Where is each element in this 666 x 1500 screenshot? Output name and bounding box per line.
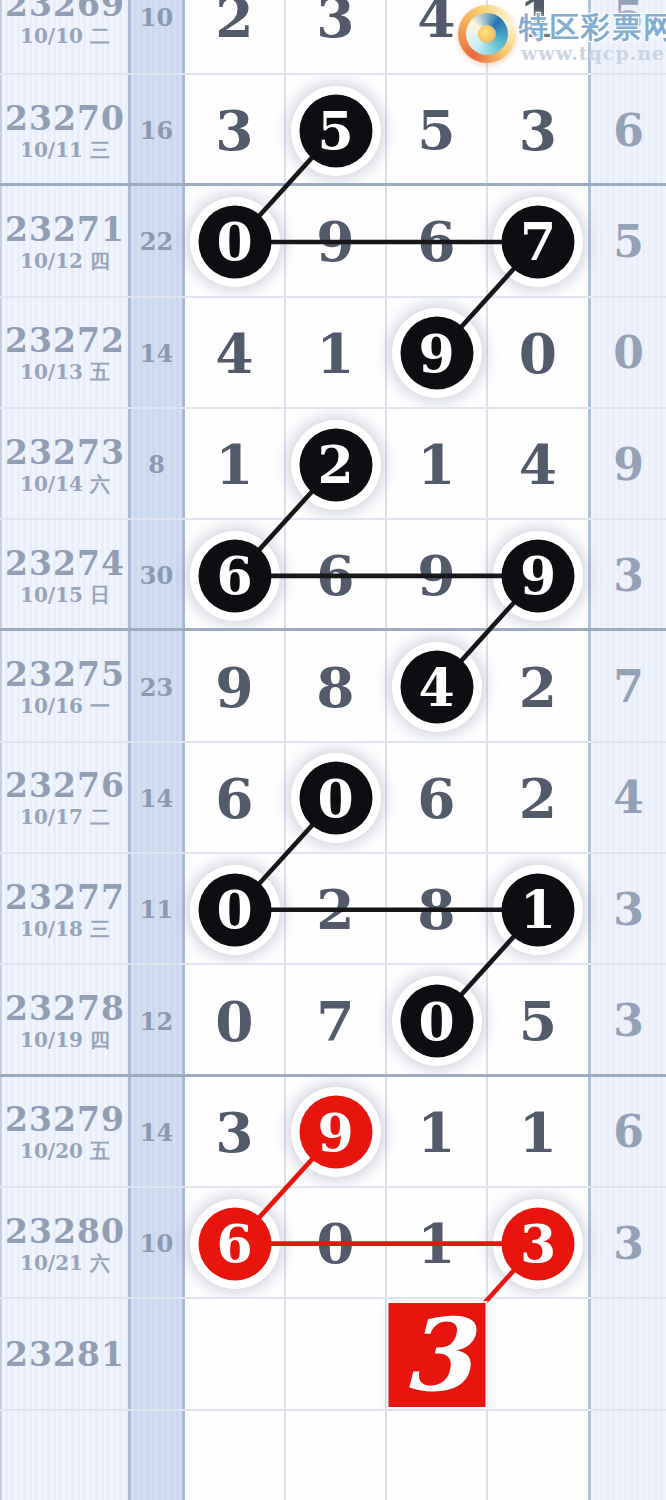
logo-swirl-icon [458,5,516,63]
last-cell: 0 [588,298,666,409]
digit-cell: 1 [185,409,286,520]
circled-digit: 6 [198,1207,271,1280]
digit: 8 [417,882,455,937]
trend-row-inner: 2327510/16 一2398427 [0,631,666,742]
period-number: 23275 [5,656,125,694]
digit: 2 [519,771,557,826]
digit: 3 [316,0,354,45]
digit-cell: 1 [488,854,588,965]
last-cell: 4 [588,743,666,854]
trend-row-inner: 2327210/13 五1441900 [0,298,666,409]
sum-value: 11 [140,895,173,924]
trend-row: 2328010/21 六1060133 [0,1188,666,1299]
digit: 6 [215,771,253,826]
last-cell: 6 [588,75,666,186]
period-cell: 2327310/14 六 [0,409,131,520]
draw-date: 10/14 六 [20,472,110,496]
draw-date: 10/11 三 [20,138,110,162]
digit: 0 [215,994,253,1049]
digit: 9 [215,660,253,715]
draw-date: 10/19 四 [20,1028,110,1052]
digit-cell: 0 [286,743,387,854]
draw-date: 10/17 二 [20,805,110,829]
digit-cell: 4 [387,631,488,742]
last-digit: 6 [613,109,644,153]
circled-digit: 5 [299,94,372,167]
sum-cell: 8 [131,409,185,520]
draw-date: 10/15 日 [20,583,110,607]
draw-date: 10/13 五 [20,360,110,384]
trend-row-inner: 2327410/15 日3066993 [0,520,666,631]
trend-row: 2327810/19 四1207053 [0,965,666,1076]
circled-digit: 9 [502,539,575,612]
draw-date: 10/18 三 [20,917,110,941]
period-number: 23273 [5,434,125,472]
period-cell: 2327210/13 五 [0,298,131,409]
digit: 3 [215,1105,253,1160]
period-number: 23280 [5,1213,125,1251]
digit: 8 [316,660,354,715]
digit-cell: 1 [286,298,387,409]
digit-cell: 7 [286,965,387,1076]
sum-value: 12 [140,1007,173,1036]
period-number: 23272 [5,322,125,360]
period-cell: 2327010/11 三 [0,75,131,186]
sum-cell: 14 [131,743,185,854]
digit-cell: 6 [185,1188,286,1299]
trend-row: 2327610/17 二1460624 [0,743,666,854]
digit-cell: 9 [286,186,387,297]
last-cell: 3 [588,1188,666,1299]
sum-value: 30 [140,561,173,590]
digit: 4 [417,0,455,45]
digit: 9 [417,548,455,603]
digit-cell: 2 [286,409,387,520]
circled-digit: 0 [198,205,271,278]
last-cell: 9 [588,409,666,520]
last-cell: 3 [588,520,666,631]
period-cell [0,1411,131,1500]
period-cell: 2327810/19 四 [0,965,131,1076]
last-digit: 5 [613,220,644,264]
sum-cell [131,1299,185,1410]
sum-cell: 14 [131,298,185,409]
sum-value: 22 [140,227,173,256]
sum-cell: 14 [131,1077,185,1188]
trend-row-inner: 2327610/17 二1460624 [0,743,666,854]
trend-row: 2327110/12 四2209675 [0,186,666,297]
period-cell: 2327910/20 五 [0,1077,131,1188]
period-cell: 2326910/10 二 [0,0,131,73]
sum-cell: 16 [131,75,185,186]
last-digit: 0 [613,331,644,375]
digit: 9 [316,214,354,269]
period-cell: 2327410/15 日 [0,520,131,631]
digit-cell [387,1411,488,1500]
digit-cell: 3 [286,0,387,73]
trend-row [0,1411,666,1500]
period-number: 23274 [5,545,125,583]
circled-digit: 0 [299,762,372,835]
digit-cell [185,1299,286,1410]
digit-cell: 3 [488,1188,588,1299]
trend-row-inner: 2327810/19 四1207053 [0,965,666,1076]
site-url: www.tqcp.net [521,42,666,64]
digit-cell: 9 [387,520,488,631]
digit-cell: 2 [185,0,286,73]
digit-cell: 9 [185,631,286,742]
sum-cell: 11 [131,854,185,965]
sum-cell [131,1411,185,1500]
sum-value: 10 [140,3,173,32]
digit: 6 [417,771,455,826]
digit-cell: 9 [286,1077,387,1188]
digit-cell: 3 [185,1077,286,1188]
digit-cell [488,1411,588,1500]
last-cell [588,1299,666,1410]
digit-cell: 1 [488,1077,588,1188]
trend-row-inner [0,1411,666,1500]
period-number: 23270 [5,100,125,138]
digit-cell: 0 [286,1188,387,1299]
digit: 5 [519,994,557,1049]
digit-cell: 1 [387,409,488,520]
digit-cell: 6 [286,520,387,631]
sum-value: 23 [140,673,173,702]
draw-date: 10/10 二 [20,24,110,48]
circled-digit: 7 [502,205,575,278]
digit: 1 [519,1105,557,1160]
period-number: 23279 [5,1101,125,1139]
last-cell: 7 [588,631,666,742]
digit: 1 [417,1105,455,1160]
digit-cell: 8 [286,631,387,742]
digit-cell: 0 [488,298,588,409]
digit-cell: 6 [185,520,286,631]
sum-cell: 30 [131,520,185,631]
digit: 1 [417,1216,455,1271]
period-number: 23276 [5,767,125,805]
trend-row-inner: 232813 [0,1299,666,1410]
last-cell: 3 [588,965,666,1076]
digit-cell: 9 [488,520,588,631]
digit-cell: 2 [488,743,588,854]
trend-row: 2327210/13 五1441900 [0,298,666,409]
period-cell: 2327710/18 三 [0,854,131,965]
digit-cell: 5 [387,75,488,186]
sum-cell: 23 [131,631,185,742]
sum-cell: 22 [131,186,185,297]
digit: 4 [215,326,253,381]
digit: 2 [519,660,557,715]
last-digit: 4 [613,776,644,820]
trend-row: 2327010/11 三1635536 [0,75,666,186]
last-cell: 6 [588,1077,666,1188]
digit: 0 [316,1216,354,1271]
digit: 6 [316,548,354,603]
circled-digit: 6 [198,539,271,612]
digit-cell: 0 [185,186,286,297]
sum-value: 14 [140,1118,173,1147]
period-cell: 23281 [0,1299,131,1410]
circled-digit: 9 [299,1096,372,1169]
last-cell [588,1411,666,1500]
digit: 7 [316,994,354,1049]
digit-cell: 4 [488,409,588,520]
digit-cell [286,1299,387,1410]
digit-cell: 4 [185,298,286,409]
trend-row-inner: 2328010/21 六1060133 [0,1188,666,1299]
site-logo[interactable]: 特区彩票网 www.tqcp.net [455,0,666,72]
trend-chart: 2326910/10 二10234152327010/11 三163553623… [0,0,666,1500]
trend-row: 2327510/16 一2398427 [0,631,666,742]
digit-cell: 8 [387,854,488,965]
digit: 3 [519,103,557,158]
trend-row: 2327310/14 六812149 [0,409,666,520]
digit-cell: 3 [185,75,286,186]
digit: 0 [519,326,557,381]
period-number: 23281 [5,1336,125,1374]
digit-cell: 3 [387,1299,488,1410]
sum-value: 14 [140,784,173,813]
last-digit: 9 [613,443,644,487]
sum-value: 8 [148,450,165,479]
last-digit: 3 [613,554,644,598]
digit: 5 [417,103,455,158]
sum-value: 10 [140,1229,173,1258]
trend-row-inner: 2327710/18 三1102813 [0,854,666,965]
digit-cell: 1 [387,1077,488,1188]
digit: 2 [316,882,354,937]
digit-cell: 6 [387,743,488,854]
digit: 2 [215,0,253,45]
last-digit: 3 [613,1222,644,1266]
predicted-digit: 3 [388,1303,485,1407]
draw-date: 10/12 四 [20,249,110,273]
rows: 2326910/10 二10234152327010/11 三163553623… [0,0,666,1500]
trend-row-inner: 2327310/14 六812149 [0,409,666,520]
last-cell: 3 [588,854,666,965]
trend-row: 232813 [0,1299,666,1410]
sum-cell: 10 [131,1188,185,1299]
draw-date: 10/16 一 [20,694,110,718]
last-digit: 6 [613,1110,644,1154]
digit-cell: 5 [286,75,387,186]
draw-date: 10/20 五 [20,1139,110,1163]
digit-cell: 7 [488,186,588,297]
circled-digit: 0 [400,985,473,1058]
digit-cell: 3 [488,75,588,186]
digit-cell: 6 [387,186,488,297]
sum-cell: 10 [131,0,185,73]
period-number: 23278 [5,990,125,1028]
digit: 3 [215,103,253,158]
digit-cell: 0 [185,965,286,1076]
draw-date: 10/21 六 [20,1251,110,1275]
circled-digit: 0 [198,873,271,946]
digit-cell [286,1411,387,1500]
trend-row: 2327910/20 五1439116 [0,1077,666,1188]
sum-value: 16 [140,116,173,145]
period-cell: 2328010/21 六 [0,1188,131,1299]
digit-cell: 5 [488,965,588,1076]
digit: 1 [215,437,253,492]
circled-digit: 4 [400,651,473,724]
digit: 6 [417,214,455,269]
last-digit: 7 [613,665,644,709]
digit-cell: 0 [185,854,286,965]
digit: 1 [316,326,354,381]
digit-cell: 2 [488,631,588,742]
last-cell: 5 [588,186,666,297]
last-digit: 3 [613,888,644,932]
logo-swirl-core [478,25,496,43]
period-number: 23271 [5,211,125,249]
trend-row-inner: 2327910/20 五1439116 [0,1077,666,1188]
circled-digit: 3 [502,1207,575,1280]
period-cell: 2327610/17 二 [0,743,131,854]
period-cell: 2327110/12 四 [0,186,131,297]
circled-digit: 9 [400,317,473,390]
digit-cell: 6 [185,743,286,854]
period-number: 23277 [5,879,125,917]
digit: 1 [417,437,455,492]
last-digit: 3 [613,999,644,1043]
digit-cell: 1 [387,1188,488,1299]
digit-cell: 2 [286,854,387,965]
sum-value: 14 [140,339,173,368]
digit-cell [488,1299,588,1410]
digit: 4 [519,437,557,492]
period-cell: 2327510/16 一 [0,631,131,742]
digit-cell: 9 [387,298,488,409]
circled-digit: 1 [502,873,575,946]
trend-row: 2327710/18 三1102813 [0,854,666,965]
sum-cell: 12 [131,965,185,1076]
trend-row-inner: 2327110/12 四2209675 [0,186,666,297]
trend-row-inner: 2327010/11 三1635536 [0,75,666,186]
circled-digit: 2 [299,428,372,501]
digit-cell [185,1411,286,1500]
digit-cell: 0 [387,965,488,1076]
trend-row: 2327410/15 日3066993 [0,520,666,631]
period-number: 23269 [5,0,125,24]
